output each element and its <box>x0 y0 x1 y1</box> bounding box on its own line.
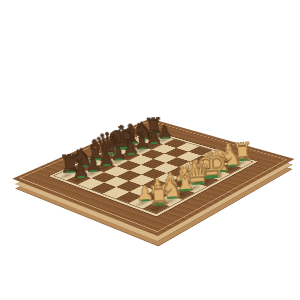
square-d6 <box>116 161 140 171</box>
piece-shadow <box>159 196 180 206</box>
square-d1: ♛ <box>181 182 207 193</box>
scene-3d: ♜♞♝♛♚♝♞♜♟♟♟♟♟♟♟♟♟♟♟♟♟♟♟♟♜♞♝♛♚♝♞♜ <box>0 0 300 300</box>
board-photo: ♜♞♝♛♚♝♞♜♟♟♟♟♟♟♟♟♟♟♟♟♟♟♟♟♜♞♝♛♚♝♞♜ <box>0 0 300 300</box>
piece-black-bishop-c8: ♝ <box>81 136 110 165</box>
piece-shadow <box>208 171 228 180</box>
piece-shadow <box>220 165 239 173</box>
piece-shadow <box>206 161 225 169</box>
chess-board: ♜♞♝♛♚♝♞♜♟♟♟♟♟♟♟♟♟♟♟♟♟♟♟♟♜♞♝♛♚♝♞♜ <box>12 119 294 236</box>
square-h2: ♟ <box>214 154 238 164</box>
square-c5 <box>116 171 141 181</box>
square-d2: ♟ <box>167 177 193 188</box>
square-h1: ♜ <box>227 158 252 168</box>
piece-shadow <box>218 155 237 163</box>
board-top-face: ♜♞♝♛♚♝♞♜♟♟♟♟♟♟♟♟♟♟♟♟♟♟♟♟♜♞♝♛♚♝♞♜ <box>12 119 294 236</box>
piece-white-pawn-h2: ♟ <box>214 140 243 161</box>
piece-shadow <box>83 169 103 177</box>
piece-white-rook-h1: ♜ <box>228 139 258 165</box>
